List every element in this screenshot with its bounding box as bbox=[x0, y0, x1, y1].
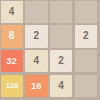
empty-cell bbox=[25, 1, 47, 23]
tile-16: 16 bbox=[25, 75, 47, 97]
tile-128: 128 bbox=[1, 75, 23, 97]
tile-4: 4 bbox=[50, 75, 72, 97]
empty-cell bbox=[75, 1, 97, 23]
empty-cell bbox=[50, 25, 72, 47]
tile-8: 8 bbox=[1, 25, 23, 47]
tile-4: 4 bbox=[25, 50, 47, 72]
tile-4: 4 bbox=[1, 1, 23, 23]
empty-cell bbox=[75, 75, 97, 97]
tile-32: 32 bbox=[1, 50, 23, 72]
tile-2: 2 bbox=[25, 25, 47, 47]
empty-cell bbox=[50, 1, 72, 23]
empty-cell bbox=[75, 50, 97, 72]
board-2048[interactable]: 48223242128164 bbox=[0, 0, 100, 100]
tile-2: 2 bbox=[50, 50, 72, 72]
tile-2: 2 bbox=[75, 25, 97, 47]
